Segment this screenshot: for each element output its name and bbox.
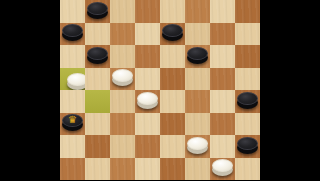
white-man[interactable] <box>112 69 133 86</box>
white-man[interactable] <box>212 159 233 176</box>
square-e2[interactable] <box>160 23 185 46</box>
square-b6[interactable] <box>85 113 110 136</box>
square-g3[interactable] <box>210 45 235 68</box>
square-f1[interactable] <box>185 0 210 23</box>
square-b4[interactable] <box>85 68 110 91</box>
square-g8[interactable] <box>210 158 235 181</box>
piece-top <box>112 69 133 82</box>
square-b3[interactable] <box>85 45 110 68</box>
square-a1[interactable] <box>60 0 85 23</box>
square-d5[interactable] <box>135 90 160 113</box>
square-c1[interactable] <box>110 0 135 23</box>
piece-top <box>187 47 208 60</box>
square-f6[interactable] <box>185 113 210 136</box>
square-e4[interactable] <box>160 68 185 91</box>
square-d4[interactable] <box>135 68 160 91</box>
square-f8[interactable] <box>185 158 210 181</box>
square-e6[interactable] <box>160 113 185 136</box>
piece-top: ♛ <box>62 114 83 127</box>
square-f7[interactable] <box>185 135 210 158</box>
letterbox-right <box>260 0 320 180</box>
black-man[interactable] <box>237 137 258 154</box>
square-a4[interactable] <box>60 68 85 91</box>
video-frame: ♛ <box>0 0 320 180</box>
square-d3[interactable] <box>135 45 160 68</box>
square-d2[interactable] <box>135 23 160 46</box>
piece-top <box>87 2 108 15</box>
square-b2[interactable] <box>85 23 110 46</box>
square-g7[interactable] <box>210 135 235 158</box>
square-h8[interactable] <box>235 158 260 181</box>
king-crown-icon: ♛ <box>68 115 77 125</box>
square-e5[interactable] <box>160 90 185 113</box>
square-h2[interactable] <box>235 23 260 46</box>
square-h7[interactable] <box>235 135 260 158</box>
square-c3[interactable] <box>110 45 135 68</box>
black-man[interactable] <box>187 47 208 64</box>
square-f4[interactable] <box>185 68 210 91</box>
square-d1[interactable] <box>135 0 160 23</box>
square-e3[interactable] <box>160 45 185 68</box>
square-g2[interactable] <box>210 23 235 46</box>
square-c4[interactable] <box>110 68 135 91</box>
square-g6[interactable] <box>210 113 235 136</box>
square-g4[interactable] <box>210 68 235 91</box>
piece-top <box>212 159 233 172</box>
piece-top <box>237 137 258 150</box>
square-d8[interactable] <box>135 158 160 181</box>
square-h5[interactable] <box>235 90 260 113</box>
black-man[interactable] <box>87 47 108 64</box>
square-e8[interactable] <box>160 158 185 181</box>
square-b5[interactable] <box>85 90 110 113</box>
black-man[interactable] <box>162 24 183 41</box>
square-d6[interactable] <box>135 113 160 136</box>
square-h6[interactable] <box>235 113 260 136</box>
square-b1[interactable] <box>85 0 110 23</box>
square-e1[interactable] <box>160 0 185 23</box>
piece-top <box>187 137 208 150</box>
square-g5[interactable] <box>210 90 235 113</box>
square-c7[interactable] <box>110 135 135 158</box>
piece-top <box>87 47 108 60</box>
piece-top <box>237 92 258 105</box>
square-c8[interactable] <box>110 158 135 181</box>
square-a7[interactable] <box>60 135 85 158</box>
square-a2[interactable] <box>60 23 85 46</box>
piece-top <box>162 24 183 37</box>
square-a6[interactable]: ♛ <box>60 113 85 136</box>
black-man[interactable] <box>87 2 108 19</box>
black-man[interactable] <box>62 24 83 41</box>
black-king[interactable]: ♛ <box>62 114 83 131</box>
square-b7[interactable] <box>85 135 110 158</box>
square-b8[interactable] <box>85 158 110 181</box>
square-d7[interactable] <box>135 135 160 158</box>
square-f3[interactable] <box>185 45 210 68</box>
letterbox-left <box>0 0 60 180</box>
square-f5[interactable] <box>185 90 210 113</box>
square-h3[interactable] <box>235 45 260 68</box>
piece-top <box>62 24 83 37</box>
black-man[interactable] <box>237 92 258 109</box>
checkers-board: ♛ <box>60 0 260 180</box>
square-h1[interactable] <box>235 0 260 23</box>
square-a3[interactable] <box>60 45 85 68</box>
square-h4[interactable] <box>235 68 260 91</box>
square-a5[interactable] <box>60 90 85 113</box>
white-man[interactable] <box>187 137 208 154</box>
square-c2[interactable] <box>110 23 135 46</box>
square-a8[interactable] <box>60 158 85 181</box>
square-g1[interactable] <box>210 0 235 23</box>
white-man[interactable] <box>137 92 158 109</box>
square-c5[interactable] <box>110 90 135 113</box>
square-c6[interactable] <box>110 113 135 136</box>
piece-top <box>137 92 158 105</box>
square-f2[interactable] <box>185 23 210 46</box>
square-e7[interactable] <box>160 135 185 158</box>
